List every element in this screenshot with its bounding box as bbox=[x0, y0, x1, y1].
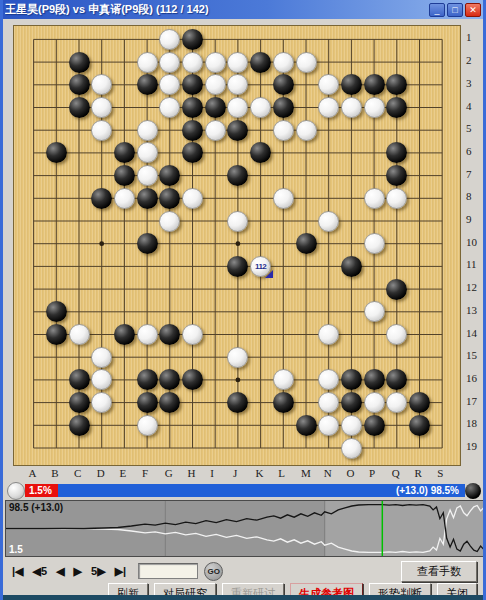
white-stone bbox=[182, 324, 203, 345]
winrate-chart bbox=[6, 501, 484, 556]
black-stone bbox=[114, 165, 135, 186]
row-label: 2 bbox=[466, 54, 472, 66]
black-stone bbox=[409, 392, 430, 413]
row-label: 15 bbox=[466, 349, 477, 361]
black-stone bbox=[250, 52, 271, 73]
row-label: 5 bbox=[466, 122, 472, 134]
white-stone bbox=[91, 120, 112, 141]
row-labels: 12345678910111213141516171819 bbox=[461, 19, 483, 481]
white-stone bbox=[114, 188, 135, 209]
black-stone bbox=[273, 74, 294, 95]
black-stone bbox=[386, 279, 407, 300]
row-label: 10 bbox=[466, 236, 477, 248]
row-label: 16 bbox=[466, 372, 477, 384]
window-title: 王星昊(P9段) vs 申真谞(P9段) (112 / 142) bbox=[5, 2, 427, 17]
black-stone bbox=[341, 392, 362, 413]
column-label: L bbox=[278, 467, 285, 479]
white-stone bbox=[273, 52, 294, 73]
black-stone bbox=[69, 74, 90, 95]
white-stone bbox=[364, 233, 385, 254]
white-stone bbox=[273, 120, 294, 141]
white-stone bbox=[273, 188, 294, 209]
row-label: 17 bbox=[466, 395, 477, 407]
column-label: M bbox=[301, 467, 311, 479]
row-label: 7 bbox=[466, 168, 472, 180]
row-label: 19 bbox=[466, 440, 477, 452]
black-stone bbox=[364, 415, 385, 436]
white-stone bbox=[364, 301, 385, 322]
white-stone bbox=[137, 165, 158, 186]
column-label: C bbox=[74, 467, 81, 479]
white-stone bbox=[341, 438, 362, 459]
black-stone bbox=[205, 97, 226, 118]
column-labels: ABCDEFGHIJKLMNOPQRS bbox=[3, 466, 461, 481]
white-stone bbox=[205, 52, 226, 73]
white-stone bbox=[296, 120, 317, 141]
black-stone bbox=[341, 256, 362, 277]
row-label: 9 bbox=[466, 213, 472, 225]
white-stone bbox=[159, 52, 180, 73]
white-stone bbox=[205, 74, 226, 95]
black-stone bbox=[182, 97, 203, 118]
white-stone bbox=[159, 211, 180, 232]
column-label: K bbox=[256, 467, 264, 479]
column-label: H bbox=[188, 467, 196, 479]
black-stone bbox=[137, 188, 158, 209]
black-winrate-value: (+13.0) 98.5% bbox=[58, 484, 465, 497]
title-bar: 王星昊(P9段) vs 申真谞(P9段) (112 / 142) _ □ ✕ bbox=[3, 0, 483, 19]
column-label: I bbox=[210, 467, 214, 479]
black-stone bbox=[273, 392, 294, 413]
black-stone bbox=[46, 301, 67, 322]
column-label: R bbox=[415, 467, 422, 479]
view-moves-button[interactable]: 查看手数 bbox=[401, 561, 477, 582]
white-stone bbox=[341, 97, 362, 118]
black-stone bbox=[159, 188, 180, 209]
black-stone bbox=[69, 97, 90, 118]
black-stone bbox=[182, 120, 203, 141]
column-label: G bbox=[165, 467, 173, 479]
window-bottom-edge bbox=[3, 595, 486, 600]
back-5-button[interactable]: ◀5 bbox=[33, 565, 48, 578]
white-stone bbox=[364, 188, 385, 209]
white-winrate-value: 1.5% bbox=[25, 484, 58, 497]
white-stone bbox=[318, 415, 339, 436]
white-stone bbox=[182, 52, 203, 73]
black-stone-icon bbox=[465, 483, 481, 499]
black-stone bbox=[137, 74, 158, 95]
black-stone bbox=[137, 233, 158, 254]
white-stone bbox=[250, 97, 271, 118]
white-stone bbox=[137, 52, 158, 73]
maximize-button[interactable]: □ bbox=[447, 3, 463, 17]
column-label: O bbox=[346, 467, 354, 479]
black-stone bbox=[296, 233, 317, 254]
black-stone bbox=[137, 369, 158, 390]
move-number-input[interactable] bbox=[138, 563, 198, 579]
forward-5-button[interactable]: 5▶ bbox=[91, 565, 106, 578]
last-move-button[interactable]: ▶| bbox=[115, 565, 127, 578]
white-stone bbox=[227, 52, 248, 73]
white-stone bbox=[341, 415, 362, 436]
row-label: 4 bbox=[466, 100, 472, 112]
column-label: D bbox=[97, 467, 105, 479]
row-label: 13 bbox=[466, 304, 477, 316]
graph-min-label: 1.5 bbox=[9, 544, 23, 555]
column-label: B bbox=[51, 467, 58, 479]
column-label: E bbox=[119, 467, 126, 479]
black-stone bbox=[296, 415, 317, 436]
black-stone bbox=[46, 324, 67, 345]
black-stone bbox=[69, 369, 90, 390]
row-label: 12 bbox=[466, 281, 477, 293]
column-label: N bbox=[324, 467, 332, 479]
column-label: P bbox=[369, 467, 375, 479]
black-stone bbox=[69, 415, 90, 436]
white-stone bbox=[91, 347, 112, 368]
forward-1-button[interactable]: ▶ bbox=[74, 565, 82, 578]
row-label: 1 bbox=[466, 31, 472, 43]
winrate-bar: 1.5% (+13.0) 98.5% bbox=[3, 481, 483, 500]
black-stone bbox=[227, 120, 248, 141]
white-stone bbox=[137, 324, 158, 345]
black-stone bbox=[114, 324, 135, 345]
white-stone bbox=[137, 142, 158, 163]
white-stone bbox=[364, 392, 385, 413]
white-stone bbox=[227, 211, 248, 232]
white-stone bbox=[364, 97, 385, 118]
white-stone-icon bbox=[7, 482, 25, 500]
white-stone bbox=[137, 120, 158, 141]
column-label: A bbox=[29, 467, 37, 479]
row-label: 6 bbox=[466, 145, 472, 157]
black-stone bbox=[69, 392, 90, 413]
game-review-window: 王星昊(P9段) vs 申真谞(P9段) (112 / 142) _ □ ✕ 1… bbox=[0, 0, 486, 600]
black-stone bbox=[364, 369, 385, 390]
white-stone bbox=[296, 52, 317, 73]
minimize-button[interactable]: _ bbox=[429, 3, 445, 17]
white-stone bbox=[227, 347, 248, 368]
black-stone bbox=[69, 52, 90, 73]
row-label: 14 bbox=[466, 327, 477, 339]
row-label: 11 bbox=[466, 258, 477, 270]
go-board[interactable]: 112 bbox=[13, 25, 461, 466]
black-stone bbox=[137, 392, 158, 413]
black-stone bbox=[409, 415, 430, 436]
go-to-move-button[interactable]: GO bbox=[204, 562, 223, 581]
close-button[interactable]: ✕ bbox=[465, 3, 481, 17]
back-1-button[interactable]: ◀ bbox=[56, 565, 64, 578]
white-stone bbox=[386, 188, 407, 209]
white-stone bbox=[137, 415, 158, 436]
row-label: 18 bbox=[466, 417, 477, 429]
row-label: 8 bbox=[466, 190, 472, 202]
column-label: Q bbox=[392, 467, 400, 479]
graph-max-label: 98.5 (+13.0) bbox=[9, 502, 63, 513]
white-stone bbox=[205, 120, 226, 141]
column-label: J bbox=[233, 467, 237, 479]
current-move-pointer-icon bbox=[265, 270, 273, 278]
first-move-button[interactable]: |◀ bbox=[12, 565, 24, 578]
black-stone bbox=[364, 74, 385, 95]
row-label: 3 bbox=[466, 77, 472, 89]
black-stone bbox=[182, 29, 203, 50]
white-stone bbox=[318, 211, 339, 232]
black-stone bbox=[91, 188, 112, 209]
column-label: S bbox=[437, 467, 443, 479]
white-stone bbox=[182, 188, 203, 209]
column-label: F bbox=[142, 467, 148, 479]
black-stone bbox=[273, 97, 294, 118]
winrate-graph[interactable]: 98.5 (+13.0) 1.5 bbox=[5, 500, 485, 557]
white-stone bbox=[69, 324, 90, 345]
